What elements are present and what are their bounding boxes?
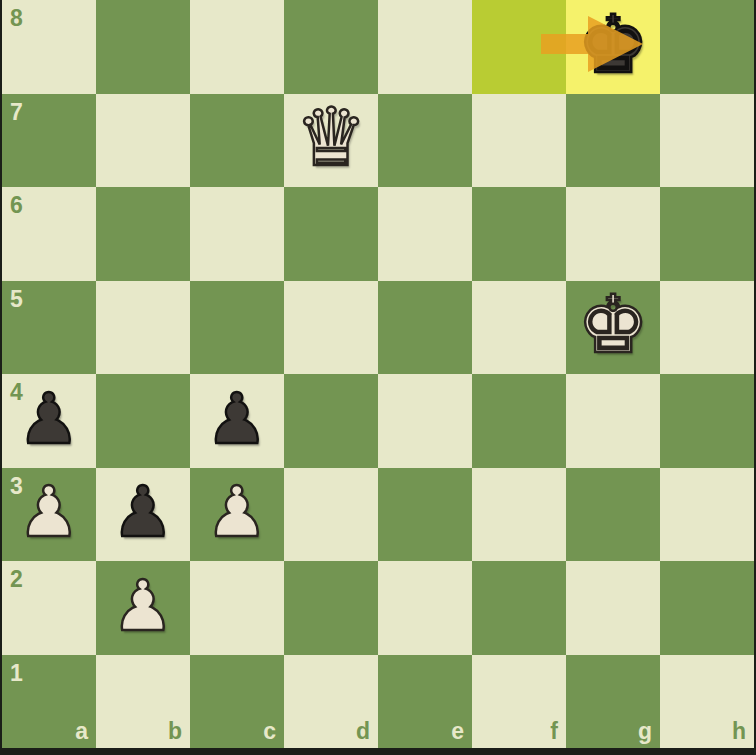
- square-a2[interactable]: 2: [2, 561, 96, 655]
- square-f6[interactable]: [472, 187, 566, 281]
- rank-label-6: 6: [10, 194, 23, 217]
- square-d4[interactable]: [284, 374, 378, 468]
- square-c4[interactable]: ♟: [190, 374, 284, 468]
- file-label-g: g: [638, 720, 652, 743]
- square-c7[interactable]: [190, 94, 284, 188]
- square-h6[interactable]: [660, 187, 754, 281]
- piece-black-pawn-b3[interactable]: ♟: [96, 468, 190, 562]
- square-g2[interactable]: [566, 561, 660, 655]
- square-e7[interactable]: [378, 94, 472, 188]
- square-a4[interactable]: 4♟: [2, 374, 96, 468]
- square-g1[interactable]: g: [566, 655, 660, 749]
- square-c2[interactable]: [190, 561, 284, 655]
- square-c5[interactable]: [190, 281, 284, 375]
- square-g7[interactable]: [566, 94, 660, 188]
- file-label-f: f: [550, 720, 558, 743]
- square-a1[interactable]: 1a: [2, 655, 96, 749]
- file-label-a: a: [75, 720, 88, 743]
- square-b3[interactable]: ♟: [96, 468, 190, 562]
- square-e6[interactable]: [378, 187, 472, 281]
- square-a6[interactable]: 6: [2, 187, 96, 281]
- rank-label-1: 1: [10, 662, 23, 685]
- square-g6[interactable]: [566, 187, 660, 281]
- square-d6[interactable]: [284, 187, 378, 281]
- square-f7[interactable]: [472, 94, 566, 188]
- square-f2[interactable]: [472, 561, 566, 655]
- square-b8[interactable]: [96, 0, 190, 94]
- file-label-e: e: [451, 720, 464, 743]
- square-h2[interactable]: [660, 561, 754, 655]
- piece-white-queen-d7[interactable]: ♛: [284, 94, 378, 188]
- piece-black-king-g8[interactable]: ♚: [566, 0, 660, 94]
- square-e5[interactable]: [378, 281, 472, 375]
- square-d8[interactable]: [284, 0, 378, 94]
- square-c1[interactable]: c: [190, 655, 284, 749]
- piece-black-pawn-a4[interactable]: ♟: [2, 374, 96, 468]
- square-g8[interactable]: ♚: [566, 0, 660, 94]
- square-e8[interactable]: [378, 0, 472, 94]
- square-h1[interactable]: h: [660, 655, 754, 749]
- square-f5[interactable]: [472, 281, 566, 375]
- square-f1[interactable]: f: [472, 655, 566, 749]
- square-b5[interactable]: [96, 281, 190, 375]
- piece-white-pawn-b2[interactable]: ♟: [96, 561, 190, 655]
- square-g4[interactable]: [566, 374, 660, 468]
- file-label-d: d: [356, 720, 370, 743]
- square-a3[interactable]: 3♟: [2, 468, 96, 562]
- square-e3[interactable]: [378, 468, 472, 562]
- piece-white-king-g5[interactable]: ♚: [566, 281, 660, 375]
- square-g5[interactable]: ♚: [566, 281, 660, 375]
- square-e1[interactable]: e: [378, 655, 472, 749]
- square-d2[interactable]: [284, 561, 378, 655]
- rank-label-2: 2: [10, 568, 23, 591]
- file-label-b: b: [168, 720, 182, 743]
- square-c6[interactable]: [190, 187, 284, 281]
- square-g3[interactable]: [566, 468, 660, 562]
- square-d3[interactable]: [284, 468, 378, 562]
- square-d1[interactable]: d: [284, 655, 378, 749]
- file-label-h: h: [732, 720, 746, 743]
- square-e4[interactable]: [378, 374, 472, 468]
- rank-label-5: 5: [10, 288, 23, 311]
- square-b1[interactable]: b: [96, 655, 190, 749]
- square-b2[interactable]: ♟: [96, 561, 190, 655]
- square-b4[interactable]: [96, 374, 190, 468]
- square-c8[interactable]: [190, 0, 284, 94]
- square-h5[interactable]: [660, 281, 754, 375]
- chess-board: 8♚7♛65♚4♟♟3♟♟♟2♟1abcdefgh: [2, 0, 754, 748]
- square-b6[interactable]: [96, 187, 190, 281]
- rank-label-7: 7: [10, 101, 23, 124]
- file-label-c: c: [263, 720, 276, 743]
- piece-black-pawn-c4[interactable]: ♟: [190, 374, 284, 468]
- square-a8[interactable]: 8: [2, 0, 96, 94]
- square-a5[interactable]: 5: [2, 281, 96, 375]
- square-e2[interactable]: [378, 561, 472, 655]
- square-h7[interactable]: [660, 94, 754, 188]
- piece-white-pawn-c3[interactable]: ♟: [190, 468, 284, 562]
- square-c3[interactable]: ♟: [190, 468, 284, 562]
- square-a7[interactable]: 7: [2, 94, 96, 188]
- square-h3[interactable]: [660, 468, 754, 562]
- app-frame: 8♚7♛65♚4♟♟3♟♟♟2♟1abcdefgh: [0, 0, 756, 755]
- square-d7[interactable]: ♛: [284, 94, 378, 188]
- square-h4[interactable]: [660, 374, 754, 468]
- piece-white-pawn-a3[interactable]: ♟: [2, 468, 96, 562]
- square-f8[interactable]: [472, 0, 566, 94]
- square-h8[interactable]: [660, 0, 754, 94]
- square-b7[interactable]: [96, 94, 190, 188]
- square-f3[interactable]: [472, 468, 566, 562]
- square-d5[interactable]: [284, 281, 378, 375]
- rank-label-8: 8: [10, 7, 23, 30]
- square-f4[interactable]: [472, 374, 566, 468]
